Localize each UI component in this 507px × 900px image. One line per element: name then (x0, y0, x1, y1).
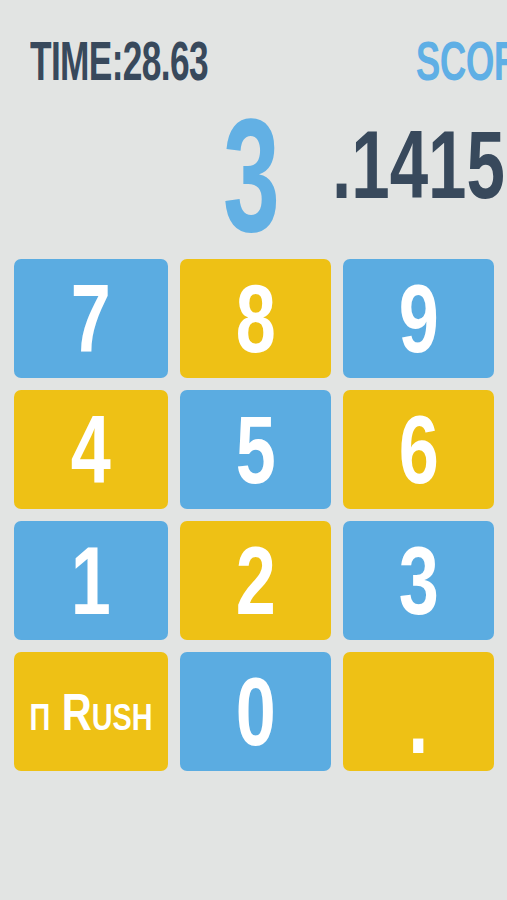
key-0[interactable]: 0 (180, 652, 331, 771)
key-9[interactable]: 9 (343, 259, 494, 378)
key-2[interactable]: 2 (180, 521, 331, 640)
key-1[interactable]: 1 (14, 521, 168, 640)
key-0-label: 0 (235, 664, 275, 760)
pi-digit-sequence: .14159 (332, 117, 507, 213)
key-5[interactable]: 5 (180, 390, 331, 509)
key-6[interactable]: 6 (343, 390, 494, 509)
key-7[interactable]: 7 (14, 259, 168, 378)
key-pi-rush[interactable]: π Rush (14, 652, 168, 771)
pi-sequence-display: 3 .14159 (0, 0, 507, 240)
current-pi-digit: 3 (223, 94, 280, 256)
key-8[interactable]: 8 (180, 259, 331, 378)
key-5-label: 5 (235, 402, 275, 498)
key-decimal-point-label: . (408, 672, 428, 768)
key-8-label: 8 (235, 271, 275, 367)
key-decimal-point[interactable]: . (343, 652, 494, 771)
key-3-label: 3 (398, 533, 438, 629)
key-7-label: 7 (71, 271, 111, 367)
key-3[interactable]: 3 (343, 521, 494, 640)
key-6-label: 6 (398, 402, 438, 498)
key-4[interactable]: 4 (14, 390, 168, 509)
pi-rush-logo-label: π Rush (29, 686, 152, 738)
key-9-label: 9 (398, 271, 438, 367)
number-keypad: 7 8 9 4 5 6 1 2 3 π Rush 0 . (14, 259, 494, 771)
key-1-label: 1 (71, 533, 111, 629)
key-2-label: 2 (235, 533, 275, 629)
key-4-label: 4 (71, 402, 111, 498)
